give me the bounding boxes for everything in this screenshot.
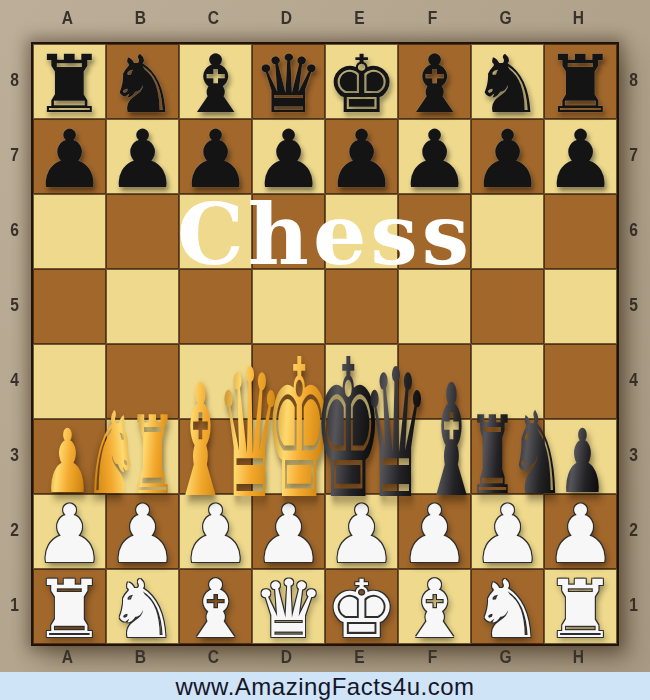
square-c5[interactable] (179, 269, 252, 344)
square-g3[interactable] (471, 419, 544, 494)
square-b4[interactable] (106, 344, 179, 419)
square-b1[interactable]: ♞ (106, 569, 179, 644)
file-label-d: D (257, 2, 317, 34)
footer-url[interactable]: www.AmazingFacts4u.com (175, 673, 474, 700)
square-f5[interactable] (398, 269, 471, 344)
file-label-g: G (476, 2, 536, 34)
rank-label-5: 5 (3, 267, 27, 342)
square-f3[interactable] (398, 419, 471, 494)
square-g7[interactable]: ♟ (471, 119, 544, 194)
square-d3[interactable] (252, 419, 325, 494)
file-label-f: F (403, 644, 463, 670)
rank-label-1: 1 (620, 567, 647, 642)
square-g5[interactable] (471, 269, 544, 344)
square-c1[interactable]: ♝ (179, 569, 252, 644)
black-pawn[interactable]: ♟ (326, 120, 398, 200)
square-a8[interactable]: ♜ (33, 44, 106, 119)
rank-label-8: 8 (620, 42, 647, 117)
square-a2[interactable]: ♟ (33, 494, 106, 569)
white-knight[interactable]: ♞ (107, 570, 179, 650)
square-e7[interactable]: ♟ (325, 119, 398, 194)
square-b8[interactable]: ♞ (106, 44, 179, 119)
square-c8[interactable]: ♝ (179, 44, 252, 119)
file-label-h: H (549, 2, 609, 34)
file-label-a: A (38, 2, 98, 34)
rank-label-3: 3 (3, 417, 27, 492)
square-a1[interactable]: ♜ (33, 569, 106, 644)
square-d4[interactable] (252, 344, 325, 419)
file-label-c: C (184, 644, 244, 670)
square-e1[interactable]: ♚ (325, 569, 398, 644)
square-a5[interactable] (33, 269, 106, 344)
white-rook[interactable]: ♜ (545, 570, 617, 650)
square-e2[interactable]: ♟ (325, 494, 398, 569)
rank-label-6: 6 (620, 192, 647, 267)
square-c2[interactable]: ♟ (179, 494, 252, 569)
black-pawn[interactable]: ♟ (472, 120, 544, 200)
square-a3[interactable] (33, 419, 106, 494)
square-e4[interactable] (325, 344, 398, 419)
rank-label-5: 5 (620, 267, 647, 342)
square-f8[interactable]: ♝ (398, 44, 471, 119)
file-label-b: B (111, 644, 171, 670)
square-b5[interactable] (106, 269, 179, 344)
file-label-a: A (38, 644, 98, 670)
chess-diagram: ABCDEFGH 87654321 87654321 ♜♞♝♛♚♝♞♜♟♟♟♟♟… (0, 0, 650, 700)
white-knight[interactable]: ♞ (472, 570, 544, 650)
file-label-e: E (330, 2, 390, 34)
square-f4[interactable] (398, 344, 471, 419)
square-d1[interactable]: ♛ (252, 569, 325, 644)
file-label-b: B (111, 2, 171, 34)
square-d8[interactable]: ♛ (252, 44, 325, 119)
rank-label-2: 2 (620, 492, 647, 567)
footer-banner: www.AmazingFacts4u.com (0, 672, 650, 700)
rank-label-6: 6 (3, 192, 27, 267)
file-labels-top: ABCDEFGH (31, 2, 615, 34)
black-pawn[interactable]: ♟ (180, 120, 252, 200)
square-f2[interactable]: ♟ (398, 494, 471, 569)
rank-label-2: 2 (3, 492, 27, 567)
rank-label-7: 7 (620, 117, 647, 192)
rank-label-4: 4 (3, 342, 27, 417)
square-b2[interactable]: ♟ (106, 494, 179, 569)
square-h3[interactable] (544, 419, 617, 494)
square-e5[interactable] (325, 269, 398, 344)
rank-label-3: 3 (620, 417, 647, 492)
square-g8[interactable]: ♞ (471, 44, 544, 119)
square-h5[interactable] (544, 269, 617, 344)
black-pawn[interactable]: ♟ (399, 120, 471, 200)
square-c3[interactable] (179, 419, 252, 494)
rank-label-4: 4 (620, 342, 647, 417)
square-h4[interactable] (544, 344, 617, 419)
rank-label-8: 8 (3, 42, 27, 117)
file-label-d: D (257, 644, 317, 670)
white-queen[interactable]: ♛ (253, 570, 325, 650)
rank-label-7: 7 (3, 117, 27, 192)
chess-board[interactable]: ♜♞♝♛♚♝♞♜♟♟♟♟♟♟♟♟♟♟♟♟♟♟♟♟♜♞♝♛♚♝♞♜ (31, 42, 619, 646)
square-a4[interactable] (33, 344, 106, 419)
black-pawn[interactable]: ♟ (545, 120, 617, 200)
square-c4[interactable] (179, 344, 252, 419)
square-d2[interactable]: ♟ (252, 494, 325, 569)
square-g2[interactable]: ♟ (471, 494, 544, 569)
square-g4[interactable] (471, 344, 544, 419)
square-d7[interactable]: ♟ (252, 119, 325, 194)
square-a7[interactable]: ♟ (33, 119, 106, 194)
square-h1[interactable]: ♜ (544, 569, 617, 644)
rank-label-1: 1 (3, 567, 27, 642)
rank-labels-left: 87654321 (0, 42, 29, 642)
file-label-f: F (403, 2, 463, 34)
file-label-g: G (476, 644, 536, 670)
square-c7[interactable]: ♟ (179, 119, 252, 194)
white-rook[interactable]: ♜ (34, 570, 106, 650)
square-f1[interactable]: ♝ (398, 569, 471, 644)
black-pawn[interactable]: ♟ (253, 120, 325, 200)
black-pawn[interactable]: ♟ (107, 120, 179, 200)
square-e8[interactable]: ♚ (325, 44, 398, 119)
square-h8[interactable]: ♜ (544, 44, 617, 119)
white-king[interactable]: ♚ (326, 570, 398, 650)
file-label-c: C (184, 2, 244, 34)
file-labels-bottom: ABCDEFGH (31, 644, 615, 670)
white-bishop[interactable]: ♝ (180, 570, 252, 650)
rank-labels-right: 87654321 (617, 42, 650, 642)
square-b3[interactable] (106, 419, 179, 494)
square-e3[interactable] (325, 419, 398, 494)
file-label-e: E (330, 644, 390, 670)
square-h7[interactable]: ♟ (544, 119, 617, 194)
square-d5[interactable] (252, 269, 325, 344)
square-g1[interactable]: ♞ (471, 569, 544, 644)
white-bishop[interactable]: ♝ (399, 570, 471, 650)
square-b7[interactable]: ♟ (106, 119, 179, 194)
file-label-h: H (549, 644, 609, 670)
square-f7[interactable]: ♟ (398, 119, 471, 194)
black-pawn[interactable]: ♟ (34, 120, 106, 200)
square-h2[interactable]: ♟ (544, 494, 617, 569)
